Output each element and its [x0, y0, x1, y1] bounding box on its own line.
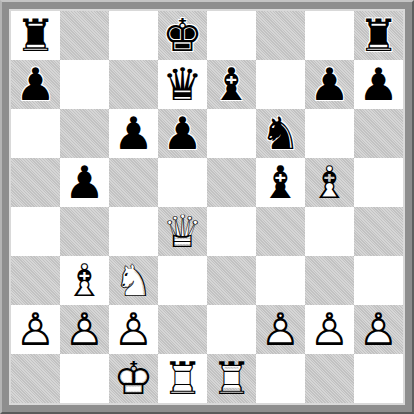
- white-pawn-outline-layer: ♙: [109, 305, 158, 354]
- piece-black-pawn[interactable]: ♟: [11, 60, 60, 109]
- piece-white-pawn[interactable]: ♟♙: [60, 305, 109, 354]
- piece-black-pawn[interactable]: ♟: [354, 60, 403, 109]
- square-c2[interactable]: ♟♙: [109, 305, 158, 354]
- white-queen-outline-layer: ♕: [158, 207, 207, 256]
- board-frame: ♜♚♜♟♛♝♟♟♟♟♞♟♝♝♗♛♕♝♗♞♘♟♙♟♙♟♙♟♙♟♙♟♙♚♔♜♖♜♖: [0, 0, 414, 414]
- square-f1[interactable]: [256, 354, 305, 403]
- square-a4[interactable]: [11, 207, 60, 256]
- piece-white-pawn[interactable]: ♟♙: [11, 305, 60, 354]
- square-h2[interactable]: ♟♙: [354, 305, 403, 354]
- black-pawn-glyph: ♟: [158, 109, 207, 158]
- square-e5[interactable]: [207, 158, 256, 207]
- square-b6[interactable]: [60, 109, 109, 158]
- square-g2[interactable]: ♟♙: [305, 305, 354, 354]
- square-c5[interactable]: [109, 158, 158, 207]
- piece-black-bishop[interactable]: ♝: [256, 158, 305, 207]
- square-h3[interactable]: [354, 256, 403, 305]
- square-g6[interactable]: [305, 109, 354, 158]
- black-pawn-glyph: ♟: [305, 60, 354, 109]
- piece-black-king[interactable]: ♚: [158, 11, 207, 60]
- square-f4[interactable]: [256, 207, 305, 256]
- square-b7[interactable]: [60, 60, 109, 109]
- square-e3[interactable]: [207, 256, 256, 305]
- square-e2[interactable]: [207, 305, 256, 354]
- square-b5[interactable]: ♟: [60, 158, 109, 207]
- piece-white-rook[interactable]: ♜♖: [158, 354, 207, 403]
- board-inner-border: ♜♚♜♟♛♝♟♟♟♟♞♟♝♝♗♛♕♝♗♞♘♟♙♟♙♟♙♟♙♟♙♟♙♚♔♜♖♜♖: [9, 9, 405, 405]
- black-bishop-glyph: ♝: [207, 60, 256, 109]
- piece-black-knight[interactable]: ♞: [256, 109, 305, 158]
- square-h6[interactable]: [354, 109, 403, 158]
- piece-black-bishop[interactable]: ♝: [207, 60, 256, 109]
- square-e7[interactable]: ♝: [207, 60, 256, 109]
- square-b1[interactable]: [60, 354, 109, 403]
- piece-white-queen[interactable]: ♛♕: [158, 207, 207, 256]
- square-d5[interactable]: [158, 158, 207, 207]
- square-e1[interactable]: ♜♖: [207, 354, 256, 403]
- square-e8[interactable]: [207, 11, 256, 60]
- square-a2[interactable]: ♟♙: [11, 305, 60, 354]
- black-knight-glyph: ♞: [256, 109, 305, 158]
- piece-white-knight[interactable]: ♞♘: [109, 256, 158, 305]
- black-king-glyph: ♚: [158, 11, 207, 60]
- square-b3[interactable]: ♝♗: [60, 256, 109, 305]
- piece-white-pawn[interactable]: ♟♙: [354, 305, 403, 354]
- piece-white-pawn[interactable]: ♟♙: [109, 305, 158, 354]
- square-a8[interactable]: ♜: [11, 11, 60, 60]
- square-e6[interactable]: [207, 109, 256, 158]
- piece-black-pawn[interactable]: ♟: [158, 109, 207, 158]
- square-a3[interactable]: [11, 256, 60, 305]
- black-pawn-glyph: ♟: [60, 158, 109, 207]
- piece-white-pawn[interactable]: ♟♙: [256, 305, 305, 354]
- square-b4[interactable]: [60, 207, 109, 256]
- square-c3[interactable]: ♞♘: [109, 256, 158, 305]
- square-c1[interactable]: ♚♔: [109, 354, 158, 403]
- white-rook-outline-layer: ♖: [158, 354, 207, 403]
- square-g7[interactable]: ♟: [305, 60, 354, 109]
- white-pawn-outline-layer: ♙: [11, 305, 60, 354]
- square-h1[interactable]: [354, 354, 403, 403]
- square-g4[interactable]: [305, 207, 354, 256]
- white-rook-outline-layer: ♖: [207, 354, 256, 403]
- square-d7[interactable]: ♛: [158, 60, 207, 109]
- square-b8[interactable]: [60, 11, 109, 60]
- square-d2[interactable]: [158, 305, 207, 354]
- square-d8[interactable]: ♚: [158, 11, 207, 60]
- square-d1[interactable]: ♜♖: [158, 354, 207, 403]
- black-bishop-glyph: ♝: [256, 158, 305, 207]
- piece-black-rook[interactable]: ♜: [11, 11, 60, 60]
- white-pawn-outline-layer: ♙: [354, 305, 403, 354]
- black-rook-glyph: ♜: [354, 11, 403, 60]
- piece-white-rook[interactable]: ♜♖: [207, 354, 256, 403]
- white-bishop-outline-layer: ♗: [305, 158, 354, 207]
- black-pawn-glyph: ♟: [11, 60, 60, 109]
- square-e4[interactable]: [207, 207, 256, 256]
- white-king-outline-layer: ♔: [109, 354, 158, 403]
- square-g5[interactable]: ♝♗: [305, 158, 354, 207]
- square-a5[interactable]: [11, 158, 60, 207]
- black-pawn-glyph: ♟: [109, 109, 158, 158]
- piece-black-pawn[interactable]: ♟: [109, 109, 158, 158]
- square-f3[interactable]: [256, 256, 305, 305]
- square-c4[interactable]: [109, 207, 158, 256]
- piece-white-bishop[interactable]: ♝♗: [305, 158, 354, 207]
- square-b2[interactable]: ♟♙: [60, 305, 109, 354]
- piece-black-rook[interactable]: ♜: [354, 11, 403, 60]
- square-d6[interactable]: ♟: [158, 109, 207, 158]
- square-a1[interactable]: [11, 354, 60, 403]
- black-queen-glyph: ♛: [158, 60, 207, 109]
- white-knight-outline-layer: ♘: [109, 256, 158, 305]
- square-g8[interactable]: [305, 11, 354, 60]
- square-h4[interactable]: [354, 207, 403, 256]
- white-pawn-outline-layer: ♙: [305, 305, 354, 354]
- black-pawn-glyph: ♟: [354, 60, 403, 109]
- square-f6[interactable]: ♞: [256, 109, 305, 158]
- square-f2[interactable]: ♟♙: [256, 305, 305, 354]
- chess-board: ♜♚♜♟♛♝♟♟♟♟♞♟♝♝♗♛♕♝♗♞♘♟♙♟♙♟♙♟♙♟♙♟♙♚♔♜♖♜♖: [11, 11, 403, 403]
- piece-black-pawn[interactable]: ♟: [60, 158, 109, 207]
- black-rook-glyph: ♜: [11, 11, 60, 60]
- piece-white-pawn[interactable]: ♟♙: [305, 305, 354, 354]
- square-h7[interactable]: ♟: [354, 60, 403, 109]
- piece-white-bishop[interactable]: ♝♗: [60, 256, 109, 305]
- white-pawn-outline-layer: ♙: [256, 305, 305, 354]
- square-h5[interactable]: [354, 158, 403, 207]
- square-f5[interactable]: ♝: [256, 158, 305, 207]
- square-a7[interactable]: ♟: [11, 60, 60, 109]
- square-c6[interactable]: ♟: [109, 109, 158, 158]
- square-f7[interactable]: [256, 60, 305, 109]
- square-g1[interactable]: [305, 354, 354, 403]
- square-g3[interactable]: [305, 256, 354, 305]
- square-f8[interactable]: [256, 11, 305, 60]
- square-h8[interactable]: ♜: [354, 11, 403, 60]
- square-c7[interactable]: [109, 60, 158, 109]
- square-d3[interactable]: [158, 256, 207, 305]
- piece-black-queen[interactable]: ♛: [158, 60, 207, 109]
- square-d4[interactable]: ♛♕: [158, 207, 207, 256]
- white-pawn-outline-layer: ♙: [60, 305, 109, 354]
- piece-white-king[interactable]: ♚♔: [109, 354, 158, 403]
- piece-black-pawn[interactable]: ♟: [305, 60, 354, 109]
- square-a6[interactable]: [11, 109, 60, 158]
- square-c8[interactable]: [109, 11, 158, 60]
- white-bishop-outline-layer: ♗: [60, 256, 109, 305]
